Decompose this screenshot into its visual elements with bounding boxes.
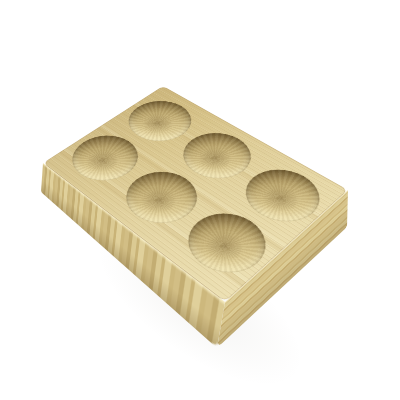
mancala-board-top (43, 86, 348, 302)
mancala-board-photo (0, 0, 400, 400)
